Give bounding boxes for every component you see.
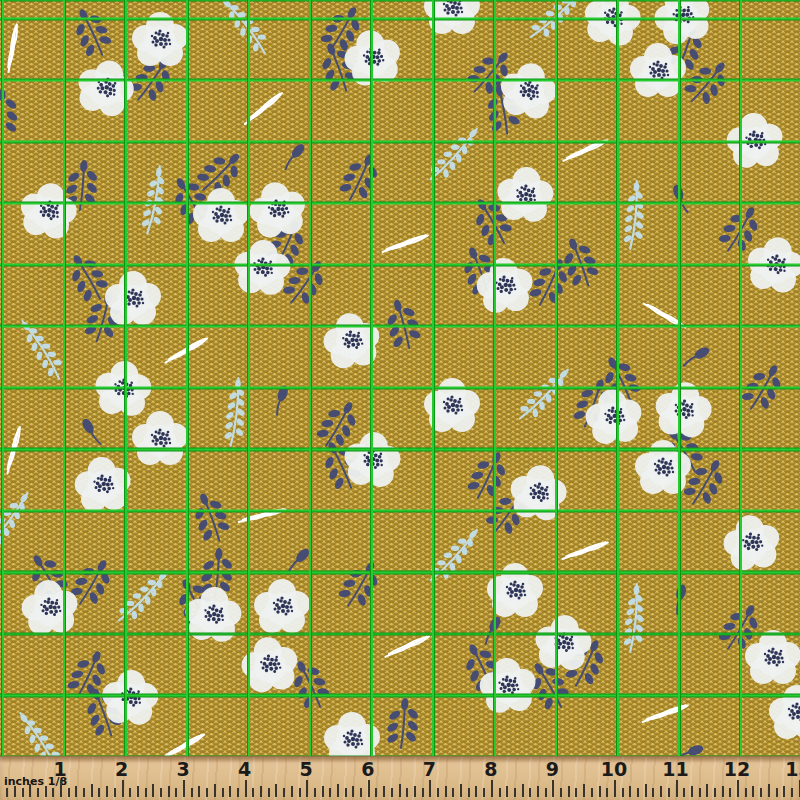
ruler-tick xyxy=(268,788,270,797)
ruler-tick xyxy=(6,788,8,797)
ruler-tick xyxy=(122,780,124,797)
ruler-tick xyxy=(91,784,93,797)
ruler-number: 3 xyxy=(176,760,189,779)
ruler-tick xyxy=(722,786,724,797)
ruler-tick xyxy=(529,788,531,797)
ruler-number: 2 xyxy=(115,760,128,779)
ruler-tick xyxy=(552,780,554,797)
ruler-tick xyxy=(575,788,577,797)
ruler-number: 9 xyxy=(546,760,559,779)
ruler-tick xyxy=(45,786,47,797)
ruler-tick xyxy=(237,788,239,797)
ruler-tick xyxy=(60,780,62,797)
ruler-tick xyxy=(345,788,347,797)
ruler-tick xyxy=(29,784,31,797)
ruler-tick xyxy=(360,788,362,797)
wooden-ruler: inches 1/8 12345678910111213 xyxy=(0,756,800,800)
cutting-grid-overlay xyxy=(0,0,800,757)
ruler-tick xyxy=(776,788,778,797)
ruler-number: 12 xyxy=(724,760,750,779)
ruler-tick xyxy=(714,788,716,797)
ruler-tick xyxy=(629,786,631,797)
ruler-tick xyxy=(483,788,485,797)
ruler-tick xyxy=(352,786,354,797)
ruler-tick xyxy=(206,788,208,797)
ruler-tick xyxy=(175,788,177,797)
ruler-tick xyxy=(252,788,254,797)
ruler-tick xyxy=(491,780,493,797)
ruler-tick xyxy=(375,788,377,797)
ruler-tick xyxy=(583,784,585,797)
ruler-tick xyxy=(291,786,293,797)
ruler-tick xyxy=(414,786,416,797)
ruler-tick xyxy=(191,788,193,797)
ruler-tick xyxy=(391,788,393,797)
ruler-tick xyxy=(129,788,131,797)
ruler-tick xyxy=(599,786,601,797)
ruler-tick xyxy=(222,788,224,797)
ruler-tick xyxy=(399,784,401,797)
ruler-number: 7 xyxy=(423,760,436,779)
ruler-tick xyxy=(106,786,108,797)
ruler-number: 4 xyxy=(238,760,251,779)
ruler-tick xyxy=(452,788,454,797)
ruler-tick xyxy=(637,788,639,797)
ruler-tick xyxy=(383,786,385,797)
ruler-tick xyxy=(314,788,316,797)
ruler-number: 13 xyxy=(785,760,800,779)
ruler-tick xyxy=(160,788,162,797)
ruler-number: 6 xyxy=(361,760,374,779)
ruler-tick xyxy=(691,786,693,797)
ruler-tick xyxy=(429,780,431,797)
ruler-tick xyxy=(306,780,308,797)
ruler-tick xyxy=(676,780,678,797)
ruler-tick xyxy=(406,788,408,797)
ruler-tick xyxy=(614,780,616,797)
ruler-tick xyxy=(737,780,739,797)
ruler-tick xyxy=(98,788,100,797)
ruler-tick xyxy=(137,786,139,797)
ruler-tick xyxy=(245,780,247,797)
ruler-tick xyxy=(214,784,216,797)
ruler-tick xyxy=(652,788,654,797)
ruler-tick xyxy=(37,788,39,797)
ruler-tick xyxy=(422,788,424,797)
ruler-tick xyxy=(229,786,231,797)
ruler-tick xyxy=(437,788,439,797)
ruler-number: 8 xyxy=(484,760,497,779)
ruler-tick xyxy=(468,788,470,797)
ruler-tick xyxy=(475,786,477,797)
ruler-tick xyxy=(783,786,785,797)
ruler-tick xyxy=(322,786,324,797)
ruler-tick xyxy=(683,788,685,797)
ruler-number: 10 xyxy=(601,760,627,779)
ruler-tick xyxy=(645,784,647,797)
ruler-tick xyxy=(706,784,708,797)
ruler-tick xyxy=(499,788,501,797)
ruler-tick xyxy=(445,786,447,797)
ruler-number: 11 xyxy=(662,760,688,779)
ruler-tick xyxy=(368,780,370,797)
ruler-tick xyxy=(568,786,570,797)
ruler-tick xyxy=(760,788,762,797)
ruler-tick xyxy=(622,788,624,797)
ruler-tick xyxy=(752,786,754,797)
ruler-tick xyxy=(591,788,593,797)
ruler-tick xyxy=(168,786,170,797)
ruler-tick xyxy=(660,786,662,797)
ruler-tick xyxy=(152,784,154,797)
ruler-tick xyxy=(52,788,54,797)
ruler-tick xyxy=(506,786,508,797)
ruler-tick xyxy=(745,788,747,797)
ruler-tick xyxy=(522,784,524,797)
ruler-tick xyxy=(183,780,185,797)
ruler-tick xyxy=(283,788,285,797)
ruler-tick xyxy=(606,788,608,797)
ruler-tick xyxy=(329,788,331,797)
ruler-tick xyxy=(83,788,85,797)
ruler-tick xyxy=(545,788,547,797)
ruler-tick xyxy=(260,786,262,797)
ruler-tick xyxy=(791,788,793,797)
ruler-tick xyxy=(275,784,277,797)
ruler-tick xyxy=(768,784,770,797)
ruler-tick xyxy=(22,788,24,797)
ruler-tick xyxy=(337,784,339,797)
ruler-tick xyxy=(460,784,462,797)
ruler-tick xyxy=(699,788,701,797)
ruler-tick xyxy=(114,788,116,797)
ruler-tick xyxy=(75,786,77,797)
ruler-tick xyxy=(537,786,539,797)
fabric-swatch-photo: inches 1/8 12345678910111213 xyxy=(0,0,800,800)
ruler-tick xyxy=(299,788,301,797)
ruler-number: 5 xyxy=(300,760,313,779)
ruler-tick xyxy=(198,786,200,797)
ruler-tick xyxy=(145,788,147,797)
ruler-tick xyxy=(14,786,16,797)
ruler-tick xyxy=(729,788,731,797)
ruler-tick xyxy=(560,788,562,797)
ruler-number: 1 xyxy=(53,760,66,779)
ruler-tick xyxy=(68,788,70,797)
ruler-tick xyxy=(668,788,670,797)
ruler-tick xyxy=(514,788,516,797)
